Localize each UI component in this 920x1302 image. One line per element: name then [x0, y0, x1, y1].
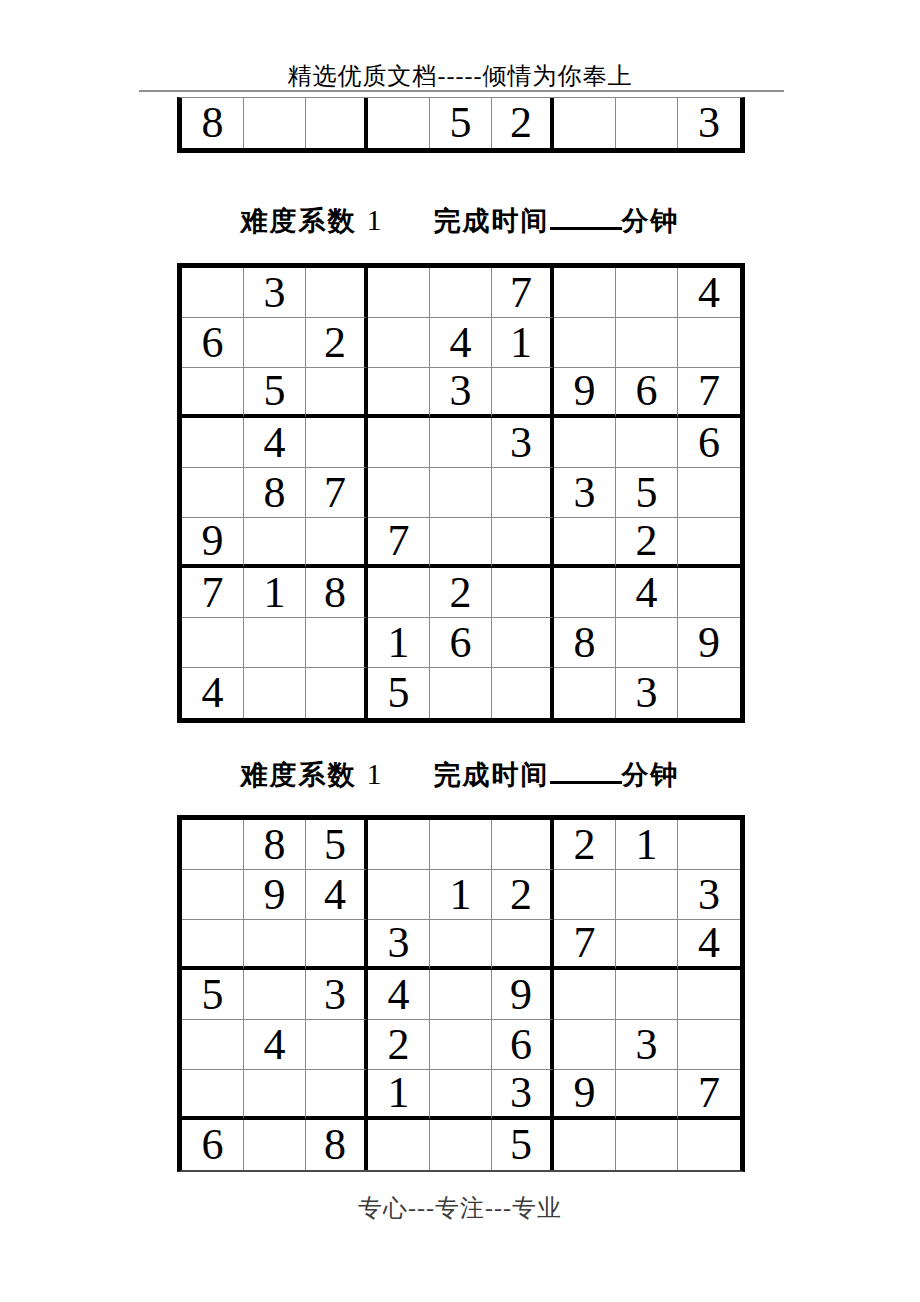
cell-r9c5: 5 [430, 98, 492, 148]
cell-r7c1: 7 [182, 568, 244, 618]
difficulty-value: 1 [367, 757, 382, 790]
cell-r9c5 [430, 668, 492, 718]
sudoku-grid-1: 3746241539674368735972718241689453 [177, 263, 745, 723]
cell-r5c3: 7 [306, 468, 368, 518]
cell-r7c3: 8 [306, 1120, 368, 1170]
cell-r1c6 [492, 820, 554, 870]
cell-r6c3 [306, 518, 368, 568]
cell-r3c8: 6 [616, 368, 678, 418]
cell-r1c5 [430, 820, 492, 870]
cell-r2c1: 6 [182, 318, 244, 368]
cell-r1c8: 1 [616, 820, 678, 870]
cell-r9c1: 8 [182, 98, 244, 148]
cell-r3c6 [492, 368, 554, 418]
sudoku-grid-top-partial-last-row: 8523 [177, 97, 745, 153]
cell-r5c3 [306, 1020, 368, 1070]
cell-r4c7 [554, 418, 616, 468]
cell-r9c9: 3 [678, 98, 740, 148]
cell-r6c5 [430, 1070, 492, 1120]
cell-r5c4 [368, 468, 430, 518]
cell-r3c2 [244, 920, 306, 970]
cell-r7c3: 8 [306, 568, 368, 618]
cell-r5c7 [554, 1020, 616, 1070]
cell-r4c9 [678, 970, 740, 1020]
cell-r2c3: 4 [306, 870, 368, 920]
cell-r3c2: 5 [244, 368, 306, 418]
cell-r4c8 [616, 418, 678, 468]
cell-r3c7: 7 [554, 920, 616, 970]
cell-r7c2: 1 [244, 568, 306, 618]
cell-r6c1 [182, 1070, 244, 1120]
cell-r3c9: 7 [678, 368, 740, 418]
cell-r1c2: 8 [244, 820, 306, 870]
cell-r1c8 [616, 268, 678, 318]
cell-r1c3 [306, 268, 368, 318]
cell-r5c8: 5 [616, 468, 678, 518]
cell-r7c8 [616, 1120, 678, 1170]
cell-r9c4 [368, 98, 430, 148]
cell-r5c8: 3 [616, 1020, 678, 1070]
cell-r4c2: 4 [244, 418, 306, 468]
cell-r1c2: 3 [244, 268, 306, 318]
cell-r7c9 [678, 1120, 740, 1170]
cell-r6c5 [430, 518, 492, 568]
cell-r7c5 [430, 1120, 492, 1170]
cell-r4c2 [244, 970, 306, 1020]
cell-r7c7 [554, 1120, 616, 1170]
cell-r7c5: 2 [430, 568, 492, 618]
cell-r8c9: 9 [678, 618, 740, 668]
cell-r9c6 [492, 668, 554, 718]
cell-r6c8 [616, 1070, 678, 1120]
cell-r8c3 [306, 618, 368, 668]
cell-r4c7 [554, 970, 616, 1020]
cell-r7c6: 5 [492, 1120, 554, 1170]
cell-r6c6 [492, 518, 554, 568]
cell-r6c7 [554, 518, 616, 568]
cell-r5c2: 8 [244, 468, 306, 518]
cell-r2c9 [678, 318, 740, 368]
time-blank-underline [550, 781, 622, 784]
cell-r8c2 [244, 618, 306, 668]
cell-r6c6: 3 [492, 1070, 554, 1120]
puzzle-1-title: 难度系数1完成时间分钟 [0, 203, 920, 239]
cell-r5c9 [678, 1020, 740, 1070]
completion-time-label: 完成时间 [434, 206, 550, 236]
cell-r2c6: 2 [492, 870, 554, 920]
cell-r7c8: 4 [616, 568, 678, 618]
cell-r2c7 [554, 318, 616, 368]
cell-r1c3: 5 [306, 820, 368, 870]
cell-r9c6: 2 [492, 98, 554, 148]
cell-r3c5 [430, 920, 492, 970]
cell-r4c6: 3 [492, 418, 554, 468]
cell-r8c6 [492, 618, 554, 668]
cell-r1c9: 4 [678, 268, 740, 318]
cell-r6c2 [244, 1070, 306, 1120]
cell-r1c4 [368, 820, 430, 870]
cell-r2c2 [244, 318, 306, 368]
cell-r9c2 [244, 668, 306, 718]
sudoku-grid-2-partial: 852194123374534942631397685 [177, 815, 745, 1172]
minutes-label: 分钟 [622, 206, 680, 236]
cell-r1c1 [182, 268, 244, 318]
cell-r1c1 [182, 820, 244, 870]
cell-r7c4 [368, 568, 430, 618]
cell-r6c9: 7 [678, 1070, 740, 1120]
cell-r9c8: 3 [616, 668, 678, 718]
cell-r4c9: 6 [678, 418, 740, 468]
cell-r3c1 [182, 368, 244, 418]
cell-r6c7: 9 [554, 1070, 616, 1120]
cell-r4c6: 9 [492, 970, 554, 1020]
cell-r7c2 [244, 1120, 306, 1170]
cell-r7c4 [368, 1120, 430, 1170]
cell-r3c3 [306, 368, 368, 418]
cell-r4c5 [430, 970, 492, 1020]
cell-r7c6 [492, 568, 554, 618]
cell-r6c4: 1 [368, 1070, 430, 1120]
cell-r7c1: 6 [182, 1120, 244, 1170]
cell-r1c4 [368, 268, 430, 318]
cell-r2c4 [368, 318, 430, 368]
cell-r2c3: 2 [306, 318, 368, 368]
cell-r6c8: 2 [616, 518, 678, 568]
cell-r5c9 [678, 468, 740, 518]
cell-r4c1: 5 [182, 970, 244, 1020]
cell-r2c2: 9 [244, 870, 306, 920]
page-header-text: 精选优质文档-----倾情为你奉上 [0, 60, 920, 92]
cell-r5c7: 3 [554, 468, 616, 518]
cell-r9c9 [678, 668, 740, 718]
cell-r4c3: 3 [306, 970, 368, 1020]
time-blank-underline [550, 227, 622, 230]
cell-r8c1 [182, 618, 244, 668]
cell-r5c2: 4 [244, 1020, 306, 1070]
cell-r3c4 [368, 368, 430, 418]
difficulty-label: 难度系数 [241, 760, 357, 790]
cell-r2c7 [554, 870, 616, 920]
cell-r7c9 [678, 568, 740, 618]
difficulty-label: 难度系数 [241, 206, 357, 236]
cell-r2c9: 3 [678, 870, 740, 920]
completion-time-label: 完成时间 [434, 760, 550, 790]
header-divider-line [139, 90, 784, 92]
difficulty-value: 1 [367, 203, 382, 236]
cell-r9c7 [554, 98, 616, 148]
cell-r8c4: 1 [368, 618, 430, 668]
minutes-label: 分钟 [622, 760, 680, 790]
cell-r9c7 [554, 668, 616, 718]
cell-r2c8 [616, 318, 678, 368]
cell-r9c4: 5 [368, 668, 430, 718]
cell-r6c3 [306, 1070, 368, 1120]
cell-r9c3 [306, 98, 368, 148]
cell-r2c5: 4 [430, 318, 492, 368]
cell-r8c5: 6 [430, 618, 492, 668]
cell-r6c2 [244, 518, 306, 568]
cell-r9c3 [306, 668, 368, 718]
cell-r8c7: 8 [554, 618, 616, 668]
cell-r1c7: 2 [554, 820, 616, 870]
cell-r2c6: 1 [492, 318, 554, 368]
cell-r5c4: 2 [368, 1020, 430, 1070]
cell-r4c3 [306, 418, 368, 468]
cell-r6c1: 9 [182, 518, 244, 568]
cell-r3c4: 3 [368, 920, 430, 970]
cell-r5c6: 6 [492, 1020, 554, 1070]
cell-r2c4 [368, 870, 430, 920]
cell-r3c9: 4 [678, 920, 740, 970]
cell-r4c1 [182, 418, 244, 468]
cell-r7c7 [554, 568, 616, 618]
puzzle-2-title: 难度系数1完成时间分钟 [0, 757, 920, 793]
cell-r4c8 [616, 970, 678, 1020]
cell-r6c4: 7 [368, 518, 430, 568]
cell-r3c5: 3 [430, 368, 492, 418]
cell-r1c6: 7 [492, 268, 554, 318]
cell-r9c1: 4 [182, 668, 244, 718]
cell-r4c4: 4 [368, 970, 430, 1020]
cell-r4c5 [430, 418, 492, 468]
cell-r5c1 [182, 468, 244, 518]
cell-r2c8 [616, 870, 678, 920]
cell-r5c5 [430, 1020, 492, 1070]
cell-r5c6 [492, 468, 554, 518]
cell-r1c5 [430, 268, 492, 318]
cell-r2c5: 1 [430, 870, 492, 920]
cell-r5c5 [430, 468, 492, 518]
cell-r3c6 [492, 920, 554, 970]
page-footer-text: 专心---专注---专业 [0, 1192, 920, 1224]
cell-r6c9 [678, 518, 740, 568]
cell-r9c8 [616, 98, 678, 148]
cell-r3c3 [306, 920, 368, 970]
cell-r2c1 [182, 870, 244, 920]
cell-r5c1 [182, 1020, 244, 1070]
cell-r3c1 [182, 920, 244, 970]
cell-r3c8 [616, 920, 678, 970]
cell-r8c8 [616, 618, 678, 668]
cell-r9c2 [244, 98, 306, 148]
cell-r1c9 [678, 820, 740, 870]
cell-r4c4 [368, 418, 430, 468]
cell-r1c7 [554, 268, 616, 318]
cell-r3c7: 9 [554, 368, 616, 418]
